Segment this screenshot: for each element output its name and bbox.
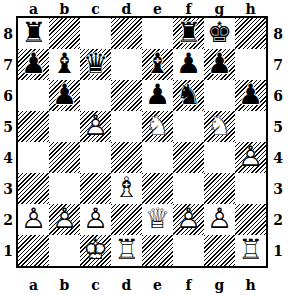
- square-a4[interactable]: [18, 142, 49, 173]
- white-pawn: ♙: [173, 204, 204, 235]
- chess-board: ♜♜♚♟♝♛♝♟♟♟♟♞♟♟♙♞♘♞♘♟♙♝♗♟♙♟♙♟♙♛♕♟♙♟♙♚♔♜♖♜…: [16, 16, 268, 268]
- file-label-e: e: [142, 277, 173, 293]
- black-pawn: ♟: [235, 80, 266, 111]
- white-bishop: ♗: [111, 173, 142, 204]
- white-pawn: ♙: [49, 204, 80, 235]
- white-pawn: ♙: [18, 204, 49, 235]
- black-knight: ♞: [173, 80, 204, 111]
- white-king-fill: ♚: [80, 235, 111, 266]
- rank-label-5: 5: [0, 111, 16, 142]
- white-pawn: ♙: [80, 204, 111, 235]
- file-label-g: g: [204, 1, 235, 17]
- rank-label-2: 2: [0, 204, 16, 235]
- square-g4[interactable]: [204, 142, 235, 173]
- rank-label-8: 8: [268, 18, 288, 49]
- square-c5[interactable]: ♟♙: [80, 111, 111, 142]
- square-e5[interactable]: ♞♘: [142, 111, 173, 142]
- square-d1[interactable]: ♜♖: [111, 235, 142, 266]
- square-b2[interactable]: ♟♙: [49, 204, 80, 235]
- black-pawn: ♟: [173, 49, 204, 80]
- square-b6[interactable]: ♟: [49, 80, 80, 111]
- square-a3[interactable]: [18, 173, 49, 204]
- file-label-c: c: [80, 277, 111, 293]
- file-label-h: h: [235, 277, 266, 293]
- square-e1[interactable]: [142, 235, 173, 266]
- square-a7[interactable]: ♟: [18, 49, 49, 80]
- white-knight-fill: ♞: [142, 111, 173, 142]
- rank-label-6: 6: [0, 80, 16, 111]
- file-label-f: f: [173, 277, 204, 293]
- square-e8[interactable]: [142, 18, 173, 49]
- square-f3[interactable]: [173, 173, 204, 204]
- square-f4[interactable]: [173, 142, 204, 173]
- white-pawn-fill: ♟: [235, 142, 266, 173]
- black-rook: ♜: [173, 18, 204, 49]
- square-d3[interactable]: ♝♗: [111, 173, 142, 204]
- square-g3[interactable]: [204, 173, 235, 204]
- black-rook: ♜: [18, 18, 49, 49]
- file-label-h: h: [235, 1, 266, 17]
- square-e6[interactable]: ♟: [142, 80, 173, 111]
- square-d8[interactable]: [111, 18, 142, 49]
- white-pawn-fill: ♟: [49, 204, 80, 235]
- square-f7[interactable]: ♟: [173, 49, 204, 80]
- white-queen: ♕: [142, 204, 173, 235]
- white-rook: ♖: [235, 235, 266, 266]
- square-e3[interactable]: [142, 173, 173, 204]
- rank-label-7: 7: [0, 49, 16, 80]
- square-h3[interactable]: [235, 173, 266, 204]
- white-king: ♔: [80, 235, 111, 266]
- rank-label-5: 5: [268, 111, 288, 142]
- rank-label-3: 3: [0, 173, 16, 204]
- square-d6[interactable]: [111, 80, 142, 111]
- square-f1[interactable]: [173, 235, 204, 266]
- square-a8[interactable]: ♜: [18, 18, 49, 49]
- square-g1[interactable]: [204, 235, 235, 266]
- square-c1[interactable]: ♚♔: [80, 235, 111, 266]
- file-label-b: b: [49, 277, 80, 293]
- square-h2[interactable]: [235, 204, 266, 235]
- rank-label-1: 1: [268, 235, 288, 266]
- file-label-d: d: [111, 1, 142, 17]
- white-pawn-fill: ♟: [204, 204, 235, 235]
- square-d5[interactable]: [111, 111, 142, 142]
- file-label-c: c: [80, 1, 111, 17]
- white-bishop-fill: ♝: [111, 173, 142, 204]
- square-g6[interactable]: [204, 80, 235, 111]
- square-d2[interactable]: [111, 204, 142, 235]
- file-label-g: g: [204, 277, 235, 293]
- square-g8[interactable]: ♚: [204, 18, 235, 49]
- square-b8[interactable]: [49, 18, 80, 49]
- square-e2[interactable]: ♛♕: [142, 204, 173, 235]
- black-bishop: ♝: [49, 49, 80, 80]
- rank-labels-right: 87654321: [268, 18, 288, 266]
- square-h1[interactable]: ♜♖: [235, 235, 266, 266]
- square-c6[interactable]: [80, 80, 111, 111]
- white-knight: ♘: [204, 111, 235, 142]
- square-f8[interactable]: ♜: [173, 18, 204, 49]
- rank-label-1: 1: [0, 235, 16, 266]
- black-king: ♚: [204, 18, 235, 49]
- white-queen-fill: ♛: [142, 204, 173, 235]
- square-a1[interactable]: [18, 235, 49, 266]
- white-pawn-fill: ♟: [18, 204, 49, 235]
- square-d7[interactable]: [111, 49, 142, 80]
- square-a2[interactable]: ♟♙: [18, 204, 49, 235]
- file-label-b: b: [49, 1, 80, 17]
- black-queen: ♛: [80, 49, 111, 80]
- square-c7[interactable]: ♛: [80, 49, 111, 80]
- white-pawn: ♙: [204, 204, 235, 235]
- square-g5[interactable]: ♞♘: [204, 111, 235, 142]
- black-pawn: ♟: [142, 80, 173, 111]
- square-c2[interactable]: ♟♙: [80, 204, 111, 235]
- square-c4[interactable]: [80, 142, 111, 173]
- square-h8[interactable]: [235, 18, 266, 49]
- chess-diagram: abcdefgh 87654321 ♜♜♚♟♝♛♝♟♟♟♟♞♟♟♙♞♘♞♘♟♙♝…: [0, 0, 295, 295]
- rank-label-8: 8: [0, 18, 16, 49]
- square-e4[interactable]: [142, 142, 173, 173]
- black-pawn: ♟: [204, 49, 235, 80]
- square-g2[interactable]: ♟♙: [204, 204, 235, 235]
- black-pawn: ♟: [18, 49, 49, 80]
- white-pawn: ♙: [235, 142, 266, 173]
- file-label-a: a: [18, 277, 49, 293]
- square-a6[interactable]: [18, 80, 49, 111]
- white-pawn: ♙: [80, 111, 111, 142]
- white-rook-fill: ♜: [235, 235, 266, 266]
- white-pawn-fill: ♟: [173, 204, 204, 235]
- square-b7[interactable]: ♝: [49, 49, 80, 80]
- file-label-d: d: [111, 277, 142, 293]
- file-label-a: a: [18, 1, 49, 17]
- rank-label-2: 2: [268, 204, 288, 235]
- square-a5[interactable]: [18, 111, 49, 142]
- square-h7[interactable]: [235, 49, 266, 80]
- square-f5[interactable]: [173, 111, 204, 142]
- file-labels-top: abcdefgh: [18, 1, 266, 17]
- rank-labels-left: 87654321: [0, 18, 16, 266]
- black-pawn: ♟: [49, 80, 80, 111]
- square-e7[interactable]: ♝: [142, 49, 173, 80]
- square-b1[interactable]: [49, 235, 80, 266]
- white-rook: ♖: [111, 235, 142, 266]
- file-label-f: f: [173, 1, 204, 17]
- rank-label-3: 3: [268, 173, 288, 204]
- square-f6[interactable]: ♞: [173, 80, 204, 111]
- square-b3[interactable]: [49, 173, 80, 204]
- square-f2[interactable]: ♟♙: [173, 204, 204, 235]
- white-knight-fill: ♞: [204, 111, 235, 142]
- rank-label-4: 4: [268, 142, 288, 173]
- black-bishop: ♝: [142, 49, 173, 80]
- rank-label-4: 4: [0, 142, 16, 173]
- square-d4[interactable]: [111, 142, 142, 173]
- white-knight: ♘: [142, 111, 173, 142]
- square-h5[interactable]: [235, 111, 266, 142]
- square-h4[interactable]: ♟♙: [235, 142, 266, 173]
- square-b5[interactable]: [49, 111, 80, 142]
- square-c3[interactable]: [80, 173, 111, 204]
- square-h6[interactable]: ♟: [235, 80, 266, 111]
- square-b4[interactable]: [49, 142, 80, 173]
- file-label-e: e: [142, 1, 173, 17]
- file-labels-bottom: abcdefgh: [18, 277, 266, 293]
- rank-label-7: 7: [268, 49, 288, 80]
- square-c8[interactable]: [80, 18, 111, 49]
- white-pawn-fill: ♟: [80, 204, 111, 235]
- square-g7[interactable]: ♟: [204, 49, 235, 80]
- white-pawn-fill: ♟: [80, 111, 111, 142]
- rank-label-6: 6: [268, 80, 288, 111]
- white-rook-fill: ♜: [111, 235, 142, 266]
